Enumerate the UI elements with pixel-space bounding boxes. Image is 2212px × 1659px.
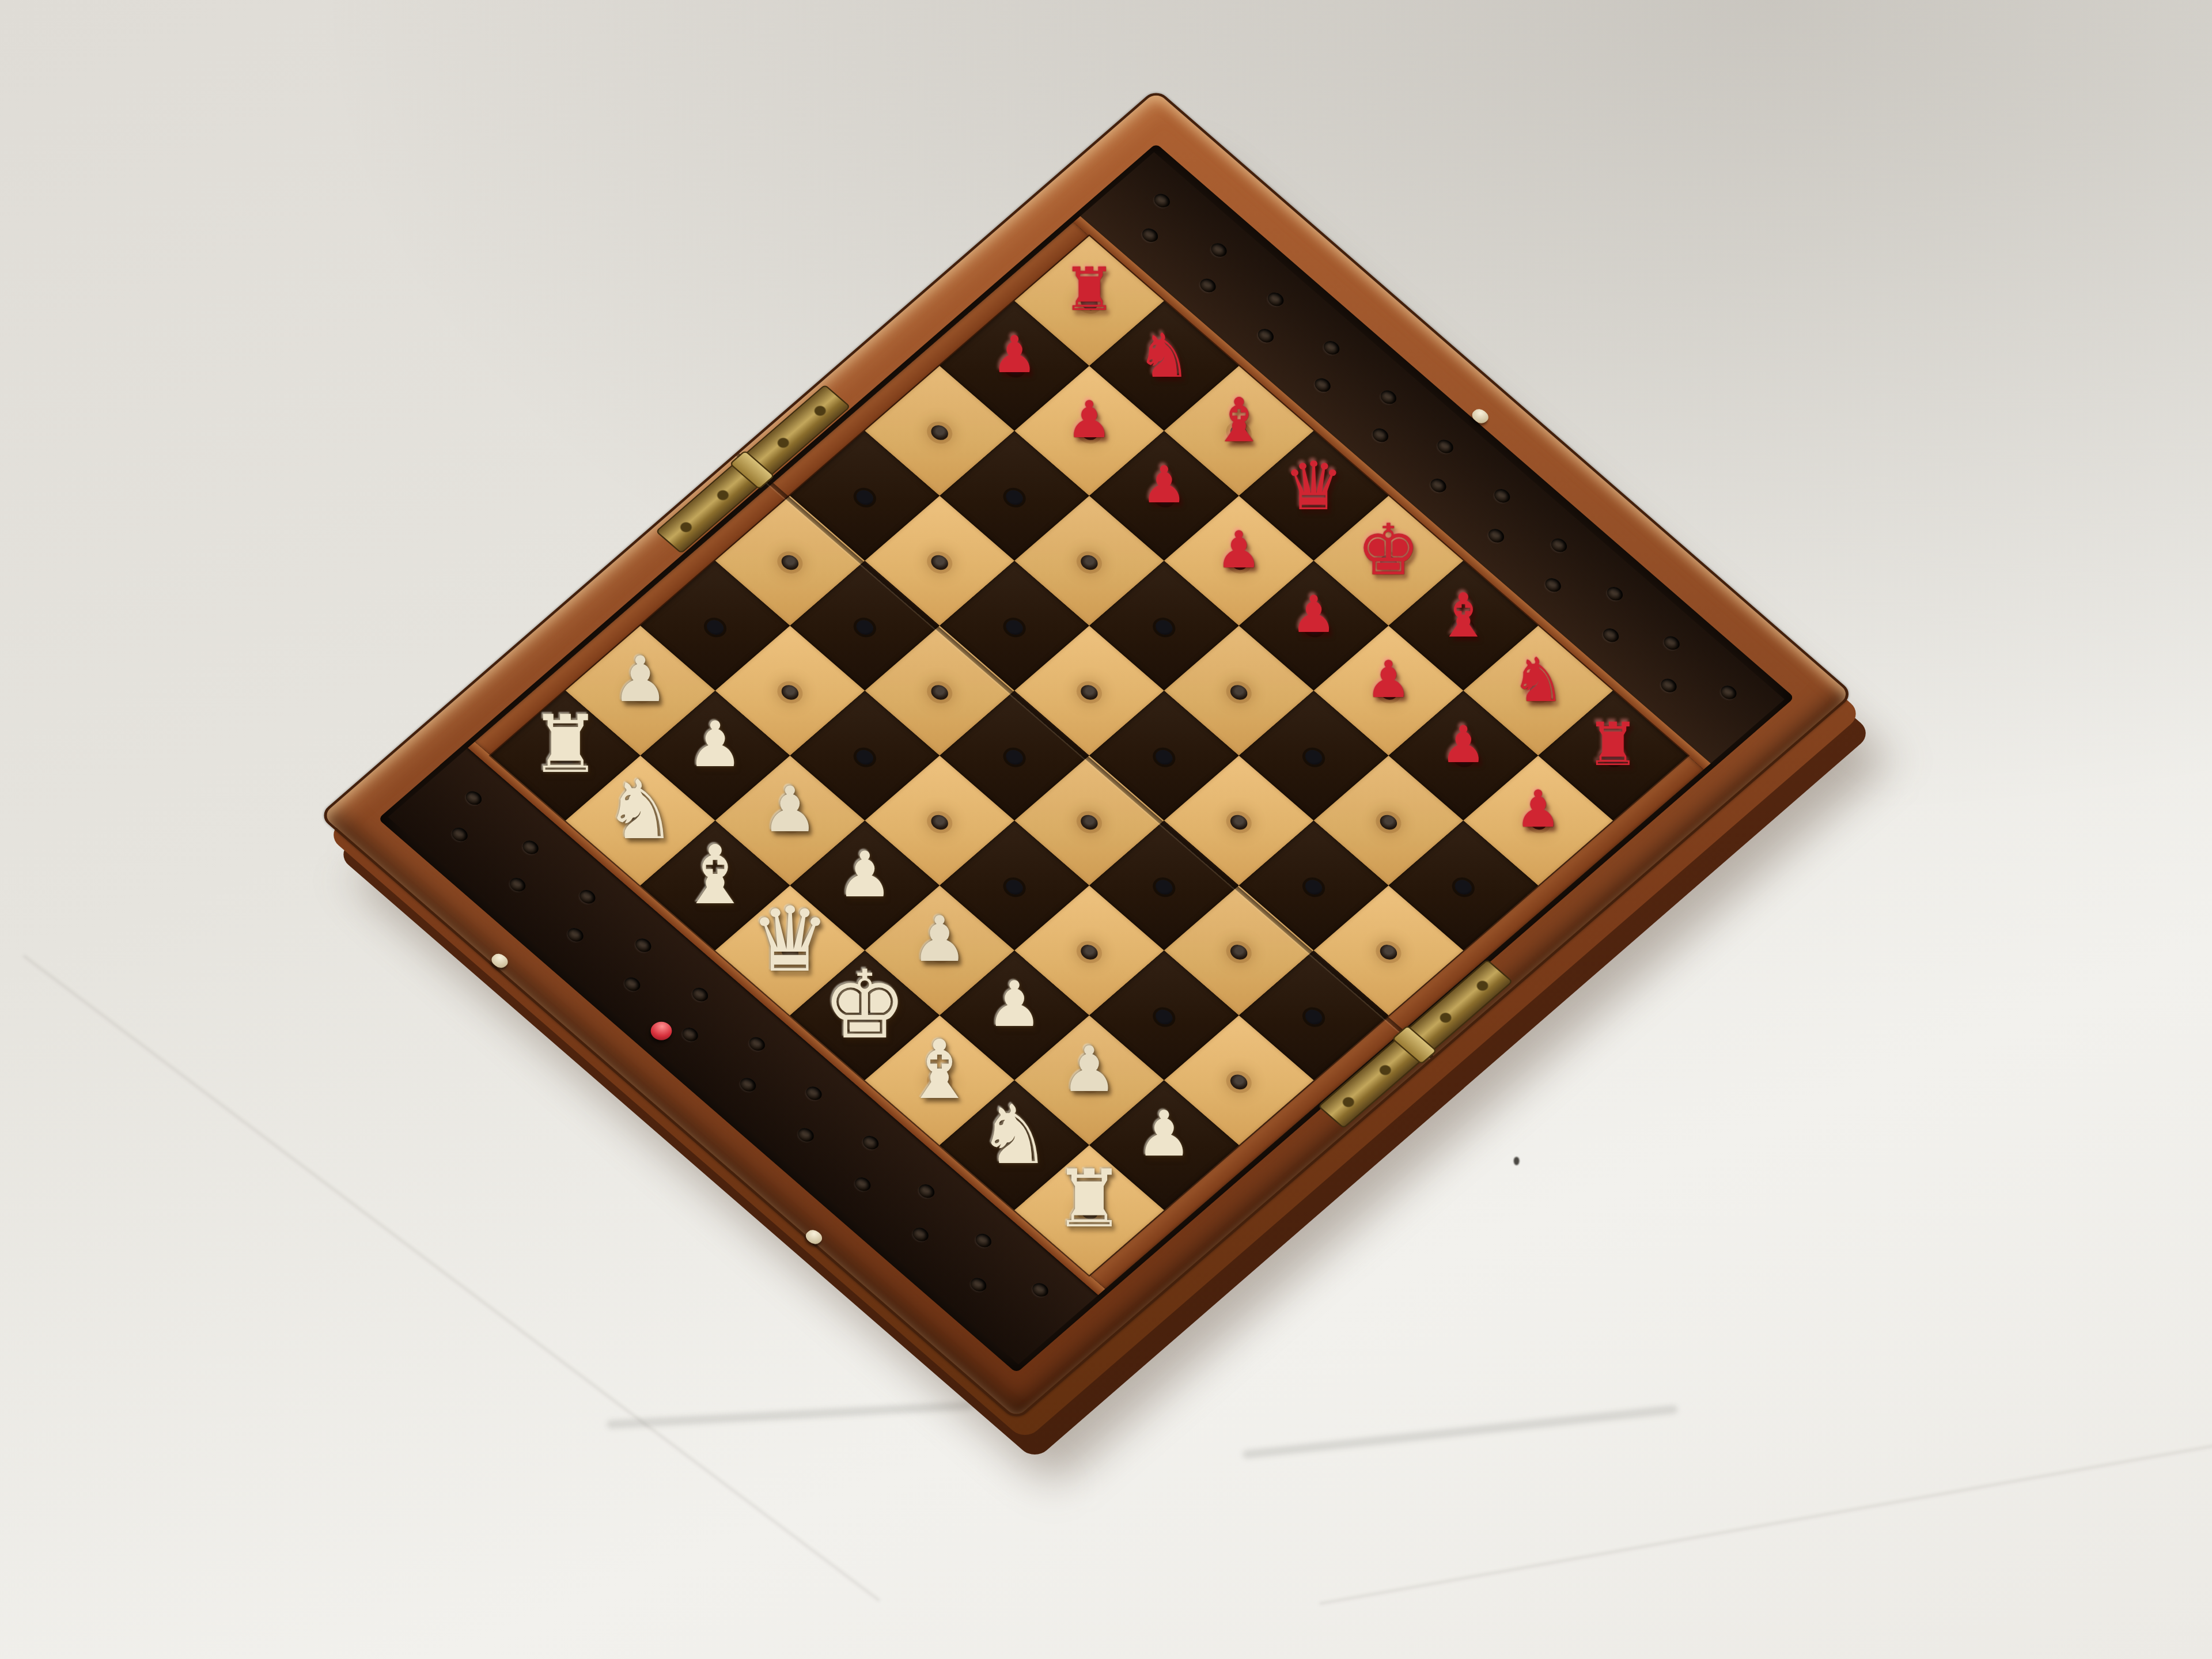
peg-hole [778,681,802,702]
peg-hole [927,811,952,832]
tray-hole [737,1075,759,1094]
peg-hole [1377,811,1401,832]
peg-hole [1077,811,1101,832]
peg-hole [1227,1071,1251,1092]
tray-hole [859,1133,881,1152]
peg-hole [1002,746,1027,767]
peg-hole [1152,876,1176,897]
piece-white-rook-h1[interactable]: ♜ [1036,1147,1142,1253]
photo-scene: Antique folding mahogany travel chess se… [0,0,2212,1659]
tray-hole [1197,275,1219,294]
tray-hole [1604,585,1626,604]
peg-hole [853,616,877,637]
tray-hole [576,887,598,906]
tray-hole [680,1025,702,1044]
tray-hole [910,1225,932,1244]
tray-hole [1377,388,1399,407]
tray-hole [795,1124,817,1143]
tray-hole [1485,525,1507,544]
peg-hole [927,551,952,572]
tray-hole [689,986,711,1005]
tray-hole [449,824,471,843]
tray-hole [519,838,541,857]
peg-hole [927,681,952,702]
peg-hole [1302,876,1326,897]
peg-hole [1152,616,1176,637]
peg-hole [1002,616,1027,637]
tray-hole [853,1175,874,1194]
tray-hole [1321,339,1343,358]
peg-hole [1302,1006,1326,1027]
tray-hole [1661,634,1683,653]
tray-hole [1207,241,1229,260]
tray-hole [1370,426,1392,445]
peg-hole [853,746,877,767]
paper-fleck [1514,1157,1520,1165]
tray-hole [1264,290,1286,309]
tray-hole [1547,536,1569,555]
peg-hole [927,422,952,442]
tray-hole [507,874,529,893]
board: ♜♞♝♛♚♝♞♜♟♟♟♟♟♟♟♟♟♟♟♟♟♟♟♟♜♞♝♛♚♝♞♜ [491,236,1688,1275]
paper-smudge [607,1401,974,1429]
peg-hole [1227,941,1251,961]
tray-hole [565,925,586,944]
tray-hole [968,1275,990,1294]
peg-hole [1077,941,1101,961]
tray-hole [1312,376,1334,395]
tray-hole [1151,191,1173,210]
peg-hole [703,616,728,637]
peg-hole [853,486,877,507]
tray-hole [1139,225,1161,244]
peg-hole [1452,876,1476,897]
peg-hole [1077,551,1101,572]
tray-hole [746,1035,768,1054]
tray-hole [1600,626,1622,645]
tray-hole [1029,1281,1051,1300]
paper-edge [1319,1431,2212,1605]
tray-hole [972,1232,994,1251]
tray-hole [916,1182,938,1201]
tray-hole [463,789,484,808]
tray-hole [622,975,644,994]
peg-hole [1227,681,1251,702]
tray-hole [1491,486,1513,505]
peg-hole [778,551,802,572]
tray-hole [1717,683,1739,702]
piece-red-pawn-h7[interactable]: ♟ [1485,757,1591,863]
peg-hole [1002,486,1027,507]
open-box-tray: ♜♞♝♛♚♝♞♜♟♟♟♟♟♟♟♟♟♟♟♟♟♟♟♟♜♞♝♛♚♝♞♜ [318,88,1854,1422]
tray-hole [1543,575,1565,594]
paper-smudge [1242,1405,1678,1459]
tray-hole [1255,325,1277,344]
peg-hole [1002,876,1027,897]
tray-hole [1427,475,1449,494]
tray-hole [632,936,654,955]
peg-hole [1377,941,1401,961]
peg-hole [1302,746,1326,767]
peg-hole [1227,811,1251,832]
peg-hole [1077,681,1101,702]
tray-hole [802,1084,824,1103]
peg-hole [1152,1006,1176,1027]
tray-hole [1658,676,1680,695]
peg-hole [1152,746,1176,767]
tray-hole [1434,437,1456,456]
